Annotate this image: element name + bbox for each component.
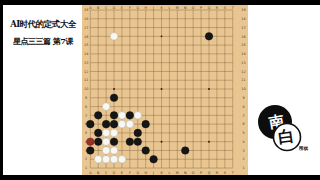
white-stone-C3 xyxy=(102,147,110,155)
coordinate-label: P xyxy=(200,6,202,10)
coordinate-label: C xyxy=(105,6,108,10)
coordinate-label: E xyxy=(121,171,123,175)
coordinate-label: 2 xyxy=(242,157,244,161)
white-stone-E7 xyxy=(118,112,126,120)
channel-logo: 南 白 围棋 xyxy=(251,97,320,169)
coordinate-label: L xyxy=(168,6,170,10)
black-stone-H3 xyxy=(142,147,150,155)
star-point xyxy=(161,141,163,143)
coordinate-label: 17 xyxy=(241,26,245,30)
coordinate-label: 14 xyxy=(84,52,88,56)
coordinate-label: 9 xyxy=(85,96,87,100)
coordinate-label: G xyxy=(136,6,139,10)
coordinate-label: 16 xyxy=(84,35,88,39)
coordinate-label: M xyxy=(176,171,179,175)
coordinate-label: G xyxy=(136,171,139,175)
coordinate-label: F xyxy=(129,6,131,10)
coordinate-label: O xyxy=(192,6,195,10)
coordinate-label: 12 xyxy=(241,70,245,74)
white-stone-D5 xyxy=(110,129,118,137)
coordinate-label: 11 xyxy=(241,78,245,82)
white-stone-C2 xyxy=(102,155,110,163)
white-stone-G7 xyxy=(134,112,142,120)
go-board-grid: AABBCCDDEEFFGGHHJJKKLLMMNNOOPPQQRRSSTT19… xyxy=(82,5,248,175)
coordinate-label: 8 xyxy=(85,105,87,109)
black-stone-D7 xyxy=(110,112,118,120)
black-stone-C6 xyxy=(102,120,110,128)
coordinate-label: O xyxy=(192,171,195,175)
black-stone-F4 xyxy=(126,138,134,146)
coordinate-label: 19 xyxy=(84,8,88,12)
white-stone-E2 xyxy=(118,155,126,163)
black-stone-N3 xyxy=(181,147,189,155)
black-stone-A3 xyxy=(87,147,95,155)
white-stone-B2 xyxy=(94,155,102,163)
coordinate-label: P xyxy=(200,171,202,175)
star-point xyxy=(208,88,210,90)
black-stone-F7 xyxy=(126,112,134,120)
slide-background: AI时代的定式大全 星点三三篇 第7课 AABBCCDDEEFFGGHHJJKK… xyxy=(3,5,320,175)
coordinate-label: 5 xyxy=(85,131,87,135)
coordinate-label: 12 xyxy=(84,70,88,74)
coordinate-label: 3 xyxy=(242,149,244,153)
coordinate-label: 14 xyxy=(241,52,245,56)
black-stone-G5 xyxy=(134,129,142,137)
lesson-series-title: AI时代的定式大全 xyxy=(4,19,82,31)
coordinate-label: 10 xyxy=(241,87,245,91)
coordinate-label: 13 xyxy=(241,61,245,65)
coordinate-label: 19 xyxy=(241,8,245,12)
star-point xyxy=(161,88,163,90)
coordinate-label: S xyxy=(224,6,226,10)
coordinate-label: S xyxy=(224,171,226,175)
black-stone-G4 xyxy=(134,138,142,146)
coordinate-label: 15 xyxy=(241,43,245,47)
black-stone-Q16 xyxy=(205,33,213,41)
black-stone-A6 xyxy=(87,120,95,128)
coordinate-label: K xyxy=(160,171,163,175)
coordinate-label: 10 xyxy=(84,87,88,91)
coordinate-label: Q xyxy=(208,171,211,175)
coordinate-label: 17 xyxy=(84,26,88,30)
coordinate-label: A xyxy=(89,6,92,10)
go-board: AABBCCDDEEFFGGHHJJKKLLMMNNOOPPQQRRSSTT19… xyxy=(82,5,248,175)
coordinate-label: 13 xyxy=(84,61,88,65)
coordinate-label: 9 xyxy=(242,96,244,100)
coordinate-label: 18 xyxy=(241,17,245,21)
coordinate-label: L xyxy=(168,171,170,175)
coordinate-label: 1 xyxy=(85,166,87,170)
coordinate-label: E xyxy=(121,6,123,10)
coordinate-label: J xyxy=(152,6,154,10)
coordinate-label: A xyxy=(89,171,92,175)
black-stone-D6 xyxy=(110,120,118,128)
coordinate-label: H xyxy=(144,171,147,175)
coordinate-label: T xyxy=(231,6,235,10)
black-stone-D4 xyxy=(110,138,118,146)
coordinate-label: F xyxy=(129,171,131,175)
coordinate-label: 16 xyxy=(241,35,245,39)
black-stone-B7 xyxy=(94,112,102,120)
white-stone-C5 xyxy=(102,129,110,137)
coordinate-label: H xyxy=(144,6,147,10)
star-point xyxy=(208,141,210,143)
star-point xyxy=(161,35,163,37)
logo-sub-text: 围棋 xyxy=(299,145,309,151)
coordinate-label: R xyxy=(216,171,219,175)
logo-white-stone-character: 白 xyxy=(277,126,295,147)
white-stone-D2 xyxy=(110,155,118,163)
red-marked-stone-A4 xyxy=(87,138,95,146)
coordinate-label: 5 xyxy=(242,131,244,135)
coordinate-label: 7 xyxy=(85,114,87,118)
coordinate-label: N xyxy=(184,171,187,175)
coordinate-label: 18 xyxy=(84,17,88,21)
star-point xyxy=(113,88,115,90)
coordinate-label: C xyxy=(105,171,108,175)
black-stone-B5 xyxy=(94,129,102,137)
coordinate-label: 7 xyxy=(242,114,244,118)
black-stone-D9 xyxy=(110,94,118,102)
coordinate-label: N xyxy=(184,6,187,10)
black-stone-B4 xyxy=(94,138,102,146)
lesson-title-block: AI时代的定式大全 星点三三篇 第7课 xyxy=(3,5,83,65)
white-stone-E6 xyxy=(118,120,126,128)
coordinate-label: J xyxy=(152,171,154,175)
coordinate-label: B xyxy=(97,171,100,175)
coordinate-label: 2 xyxy=(85,157,87,161)
white-stone-D3 xyxy=(110,147,118,155)
coordinate-label: 4 xyxy=(242,140,244,144)
coordinate-label: D xyxy=(113,171,116,175)
white-stone-D16 xyxy=(110,33,118,41)
coordinate-label: D xyxy=(113,6,116,10)
coordinate-label: K xyxy=(160,6,163,10)
lesson-chapter-title: 星点三三篇 第7课 xyxy=(4,36,82,47)
coordinate-label: 8 xyxy=(242,105,244,109)
black-stone-J2 xyxy=(150,155,158,163)
coordinate-label: B xyxy=(97,6,100,10)
white-stone-C8 xyxy=(102,103,110,111)
coordinate-label: R xyxy=(216,6,219,10)
coordinate-label: T xyxy=(231,171,235,175)
coordinate-label: M xyxy=(176,6,179,10)
video-frame: AI时代的定式大全 星点三三篇 第7课 AABBCCDDEEFFGGHHJJKK… xyxy=(0,0,320,180)
coordinate-label: 15 xyxy=(84,43,88,47)
white-stone-F6 xyxy=(126,120,134,128)
white-stone-C4 xyxy=(102,138,110,146)
coordinate-label: 11 xyxy=(84,78,88,82)
coordinate-label: Q xyxy=(208,6,211,10)
coordinate-label: 6 xyxy=(242,122,244,126)
black-stone-H6 xyxy=(142,120,150,128)
coordinate-label: 1 xyxy=(242,166,244,170)
